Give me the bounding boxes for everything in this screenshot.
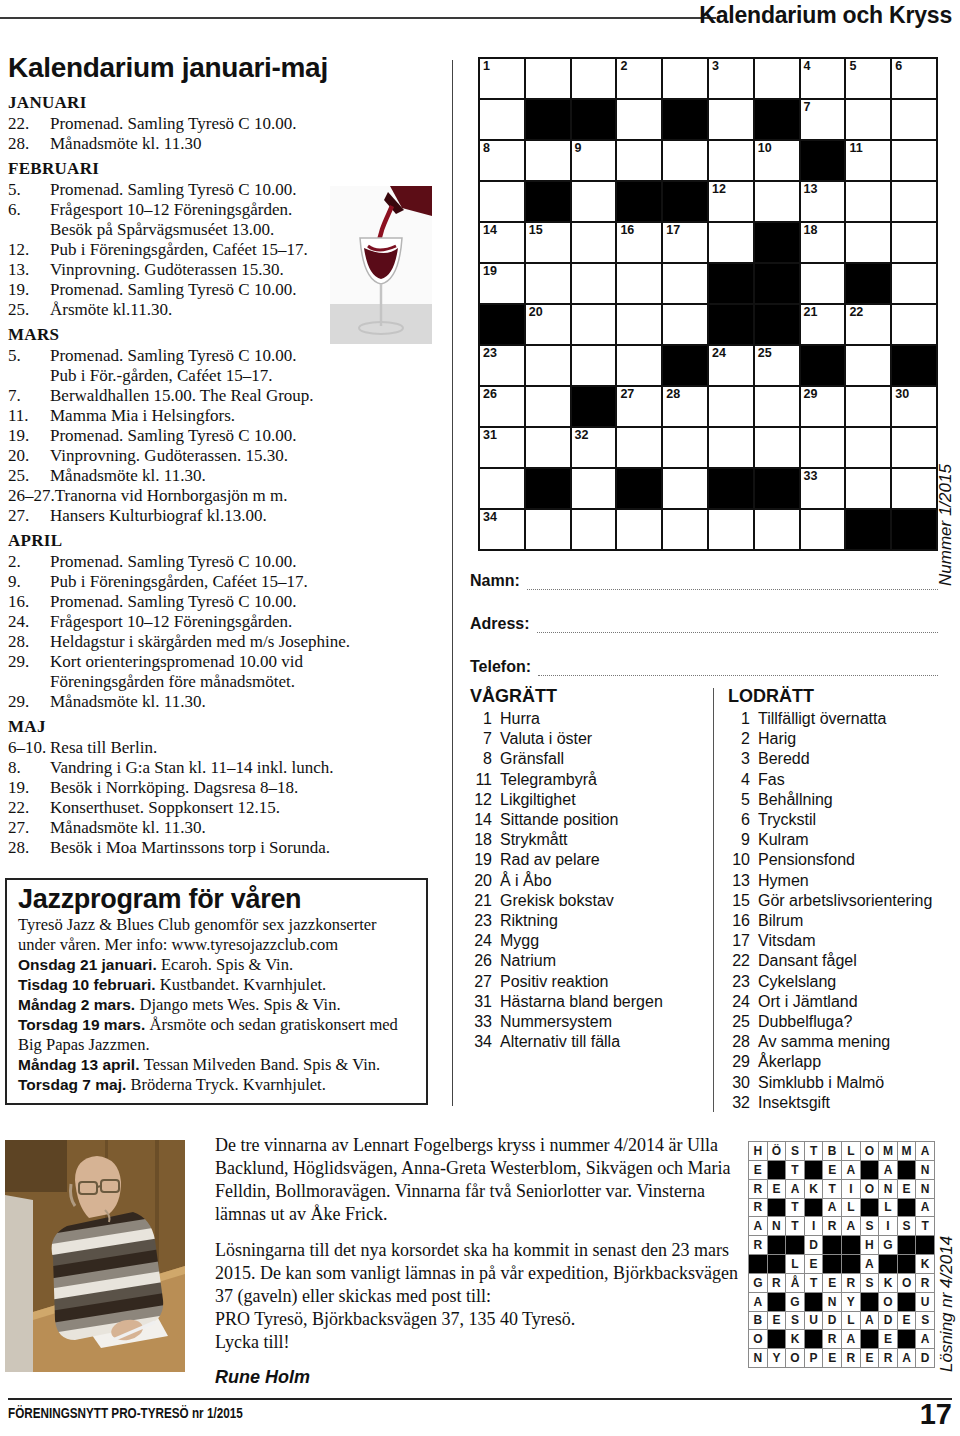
puzzle-cell-r5c1: 14 <box>480 223 524 262</box>
clue-text: Nummersystem <box>500 1012 612 1032</box>
entry-date: 28. <box>8 838 50 858</box>
puzzle-cell-r3c3: 9 <box>572 141 616 180</box>
calendar-entry: 22.Promenad. Samling Tyresö C 10.00. <box>8 114 446 134</box>
puzzle-cell-r1c3 <box>572 59 616 98</box>
puzzle-cell-r8c2 <box>526 346 570 385</box>
solution-label: Lösning nr 4/2014 <box>937 1240 957 1372</box>
puzzle-cell-r8c10 <box>892 346 936 385</box>
solution-cell-r3c7: O <box>861 1180 879 1198</box>
solution-cell-r10c8: D <box>879 1312 897 1330</box>
winners-paragraph: De tre vinnarna av Lennart Fogelbergs kr… <box>215 1134 745 1226</box>
puzzle-cell-r10c3: 32 <box>572 428 616 467</box>
clue-text: Grekisk bokstav <box>500 891 614 911</box>
clue-item: 5Behållning <box>728 790 954 810</box>
solution-cell-r12c4: P <box>805 1349 823 1367</box>
puzzle-cell-r9c2 <box>526 387 570 426</box>
puzzle-cell-r12c1: 34 <box>480 510 524 549</box>
clue-text: Gör arbetslivsorientering <box>758 891 932 911</box>
puzzle-cell-r10c6 <box>709 428 753 467</box>
cell-number: 1 <box>483 59 490 73</box>
across-title: VÅGRÄTT <box>470 686 708 707</box>
jazz-event-date: Måndag 13 april. <box>18 1056 144 1073</box>
clue-item: 1Hurra <box>470 709 708 729</box>
cell-number: 23 <box>483 346 497 360</box>
solution-cell-r3c10: N <box>916 1180 934 1198</box>
clue-text: Dubbelfluga? <box>758 1012 852 1032</box>
entry-text: Mamma Mia i Helsingfors. <box>50 406 446 426</box>
across-list: 1Hurra7Valuta i öster8Gränsfall11Telegra… <box>470 709 708 1052</box>
puzzle-cell-r11c2 <box>526 469 570 508</box>
clue-text: Å i Åbo <box>500 871 552 891</box>
cell-number: 6 <box>895 59 902 73</box>
solution-cell-r12c7: E <box>861 1349 879 1367</box>
clue-number: 3 <box>728 749 750 769</box>
jazz-event-date: Tisdag 10 februari. <box>18 976 160 993</box>
jazz-event-date: Torsdag 7 maj. <box>18 1076 131 1093</box>
solution-grid: HÖSTBLOMMAETEAANREAKTIONENRTALLAANTIRASI… <box>748 1141 935 1368</box>
month-heading: FEBRUARI <box>8 159 446 179</box>
clue-text: Telegrambyrå <box>500 770 597 790</box>
puzzle-cell-r5c2: 15 <box>526 223 570 262</box>
solution-cell-r7c6 <box>842 1255 860 1273</box>
solution-cell-r3c1: R <box>749 1180 767 1198</box>
puzzle-cell-r5c5: 17 <box>663 223 707 262</box>
clue-number: 7 <box>470 729 492 749</box>
clue-number: 6 <box>728 810 750 830</box>
jazz-event: Måndag 13 april. Tessan Milveden Band. S… <box>18 1055 415 1075</box>
puzzle-cell-r12c5 <box>663 510 707 549</box>
puzzle-cell-r11c4 <box>617 469 661 508</box>
solution-cell-r12c9: A <box>898 1349 916 1367</box>
crossword-grid: 1234567891011121314151617181920212223242… <box>478 57 938 551</box>
puzzle-cell-r3c8 <box>801 141 845 180</box>
puzzle-cell-r7c7 <box>755 305 799 344</box>
solution-cell-r1c4: T <box>805 1142 823 1160</box>
puzzle-cell-r10c5 <box>663 428 707 467</box>
clue-text: Av samma mening <box>758 1032 890 1052</box>
solution-cell-r8c6: R <box>842 1274 860 1292</box>
cell-number: 9 <box>575 141 582 155</box>
solution-cell-r11c1: O <box>749 1330 767 1348</box>
calendar-entry: 28.Heldagstur i skärgården med m/s Josep… <box>8 632 446 652</box>
solution-cell-r2c3: T <box>786 1161 804 1179</box>
solution-cell-r10c10: S <box>916 1312 934 1330</box>
cell-number: 15 <box>529 223 543 237</box>
cell-number: 19 <box>483 264 497 278</box>
form-row: Telefon: <box>470 656 938 676</box>
puzzle-cell-r10c8 <box>801 428 845 467</box>
solution-cell-r9c8: O <box>879 1293 897 1311</box>
form-dotted-line <box>527 574 938 590</box>
entry-date: 19. <box>8 426 50 446</box>
cell-number: 33 <box>804 469 818 483</box>
cell-number: 25 <box>758 346 772 360</box>
puzzle-cell-r9c7 <box>755 387 799 426</box>
entry-date: 26–27. <box>8 486 55 506</box>
entry-text: Tranorna vid Hornborgasjön m m. <box>55 486 446 506</box>
cell-number: 2 <box>620 59 627 73</box>
solution-cell-r11c10: A <box>916 1330 934 1348</box>
solution-cell-r5c7: S <box>861 1217 879 1235</box>
solution-cell-r10c6: L <box>842 1312 860 1330</box>
puzzle-cell-r6c3 <box>572 264 616 303</box>
puzzle-cell-r10c1: 31 <box>480 428 524 467</box>
clue-text: Valuta i öster <box>500 729 592 749</box>
jazz-event-desc: Ecaroh. Spis & Vin. <box>161 955 293 974</box>
solution-cell-r6c2 <box>768 1236 786 1254</box>
clue-item: 9Kulram <box>728 830 954 850</box>
solution-cell-r10c2: E <box>768 1312 786 1330</box>
solution-cell-r2c9 <box>898 1161 916 1179</box>
form-dotted-line <box>537 617 938 633</box>
puzzle-cell-r12c10 <box>892 510 936 549</box>
solution-cell-r12c6: R <box>842 1349 860 1367</box>
puzzle-cell-r5c3 <box>572 223 616 262</box>
puzzle-cell-r8c6: 24 <box>709 346 753 385</box>
solution-cell-r10c5: D <box>823 1312 841 1330</box>
clue-item: 13Hymen <box>728 871 954 891</box>
puzzle-cell-r11c8: 33 <box>801 469 845 508</box>
jazz-event-desc: Django mets Wes. Spis & Vin. <box>139 995 340 1014</box>
clue-text: Åkerlapp <box>758 1052 821 1072</box>
puzzle-cell-r1c5 <box>663 59 707 98</box>
clue-item: 10Pensionsfond <box>728 850 954 870</box>
puzzle-cell-r1c10: 6 <box>892 59 936 98</box>
clue-number: 12 <box>470 790 492 810</box>
clue-number: 23 <box>728 972 750 992</box>
puzzle-cell-r10c7 <box>755 428 799 467</box>
puzzle-cell-r7c1 <box>480 305 524 344</box>
month-heading: JANUARI <box>8 93 446 113</box>
solution-cell-r2c6: A <box>842 1161 860 1179</box>
clue-item: 8Gränsfall <box>470 749 708 769</box>
solution-cell-r3c5: T <box>823 1180 841 1198</box>
solution-cell-r7c1 <box>749 1255 767 1273</box>
solution-cell-r3c6: I <box>842 1180 860 1198</box>
solution-cell-r9c5: N <box>823 1293 841 1311</box>
puzzle-cell-r11c9 <box>846 469 890 508</box>
solution-cell-r2c5: E <box>823 1161 841 1179</box>
solution-cell-r6c4: D <box>805 1236 823 1254</box>
puzzle-cell-r7c6 <box>709 305 753 344</box>
solution-cell-r4c8: L <box>879 1199 897 1217</box>
puzzle-cell-r1c1: 1 <box>480 59 524 98</box>
form-label: Namn: <box>470 572 520 590</box>
puzzle-cell-r8c8 <box>801 346 845 385</box>
clue-item: 25Dubbelfluga? <box>728 1012 954 1032</box>
form-row: Adress: <box>470 613 938 633</box>
puzzle-cell-r2c4 <box>617 100 661 139</box>
solution-cell-r12c10: D <box>916 1349 934 1367</box>
calendar-entry: 2.Promenad. Samling Tyresö C 10.00. <box>8 552 446 572</box>
solution-cell-r8c7: S <box>861 1274 879 1292</box>
clue-number: 25 <box>728 1012 750 1032</box>
clue-text: Likgiltighet <box>500 790 576 810</box>
clue-item: 27Positiv reaktion <box>470 972 708 992</box>
puzzle-cell-r12c3 <box>572 510 616 549</box>
clue-item: 30Simklubb i Malmö <box>728 1073 954 1093</box>
clue-number: 28 <box>728 1032 750 1052</box>
down-title: LODRÄTT <box>728 686 954 707</box>
solution-cell-r11c5: R <box>823 1330 841 1348</box>
solution-cell-r12c8: R <box>879 1349 897 1367</box>
winners-text: De tre vinnarna av Lennart Fogelbergs kr… <box>215 1134 745 1388</box>
clue-text: Sittande position <box>500 810 618 830</box>
puzzle-cell-r3c2 <box>526 141 570 180</box>
solution-cell-r3c2: E <box>768 1180 786 1198</box>
puzzle-cell-r5c7 <box>755 223 799 262</box>
solution-cell-r5c6: A <box>842 1217 860 1235</box>
clue-item: 24Ort i Jämtland <box>728 992 954 1012</box>
solution-cell-r10c4: U <box>805 1312 823 1330</box>
puzzle-cell-r8c9 <box>846 346 890 385</box>
solution-cell-r3c4: K <box>805 1180 823 1198</box>
solution-cell-r2c4 <box>805 1161 823 1179</box>
puzzle-cell-r2c8: 7 <box>801 100 845 139</box>
jazz-event-desc: Kustbandet. Kvarnhjulet. <box>160 975 326 994</box>
solution-cell-r4c1: R <box>749 1199 767 1217</box>
puzzle-cell-r9c9 <box>846 387 890 426</box>
cell-number: 11 <box>849 141 862 155</box>
puzzle-cell-r6c2 <box>526 264 570 303</box>
clue-number: 29 <box>728 1052 750 1072</box>
puzzle-cell-r9c6 <box>709 387 753 426</box>
puzzle-cell-r9c1: 26 <box>480 387 524 426</box>
entry-date: 27. <box>8 506 50 526</box>
entry-text: Konserthuset. Soppkonsert 12.15. <box>50 798 446 818</box>
clue-item: 34Alternativ till fälla <box>470 1032 708 1052</box>
cell-number: 27 <box>620 387 634 401</box>
form-dotted-line <box>538 660 938 676</box>
entry-date: 29. <box>8 692 50 712</box>
entry-text: Månadsmöte kl. 11.30. <box>50 818 446 838</box>
puzzle-cell-r11c3 <box>572 469 616 508</box>
jazz-intro: Tyresö Jazz & Blues Club genomför sex ja… <box>18 915 415 955</box>
solution-cell-r11c8: E <box>879 1330 897 1348</box>
cell-number: 24 <box>712 346 726 360</box>
jazz-event-date: Onsdag 21 januari. <box>18 956 161 973</box>
clue-item: 18Strykmått <box>470 830 708 850</box>
solution-cell-r6c3 <box>786 1236 804 1254</box>
solution-cell-r6c9 <box>898 1236 916 1254</box>
puzzle-cell-r7c3 <box>572 305 616 344</box>
clue-number: 23 <box>470 911 492 931</box>
cell-number: 12 <box>712 182 726 196</box>
solution-cell-r8c4: T <box>805 1274 823 1292</box>
clue-number: 11 <box>470 770 492 790</box>
clue-item: 2Harig <box>728 729 954 749</box>
footer-rule <box>8 1398 952 1400</box>
clue-item: 33Nummersystem <box>470 1012 708 1032</box>
solution-cell-r5c4: I <box>805 1217 823 1235</box>
puzzle-cell-r12c7 <box>755 510 799 549</box>
cell-number: 4 <box>804 59 811 73</box>
puzzle-cell-r9c5: 28 <box>663 387 707 426</box>
puzzle-cell-r2c6 <box>709 100 753 139</box>
puzzle-cell-r12c4 <box>617 510 661 549</box>
puzzle-cell-r4c3 <box>572 182 616 221</box>
calendar-entry: 29.Kort orienteringspromenad 10.00 vid F… <box>8 652 446 692</box>
solution-cell-r4c2 <box>768 1199 786 1217</box>
solution-cell-r2c10: N <box>916 1161 934 1179</box>
entry-date: 28. <box>8 632 50 652</box>
entry-date: 6. <box>8 200 50 240</box>
entry-text: Promenad. Samling Tyresö C 10.00. Pub i … <box>50 346 446 386</box>
puzzle-cell-r3c10 <box>892 141 936 180</box>
solution-cell-r7c3: L <box>786 1255 804 1273</box>
puzzle-cell-r5c4: 16 <box>617 223 661 262</box>
entry-text: Promenad. Samling Tyresö C 10.00. <box>50 592 446 612</box>
solution-cell-r11c3: K <box>786 1330 804 1348</box>
solution-cell-r9c1: A <box>749 1293 767 1311</box>
footer-text: FÖRENINGSNYTT PRO-TYRESÖ nr 1/2015 <box>8 1404 243 1421</box>
cell-number: 10 <box>758 141 772 155</box>
clue-text: Vitsdam <box>758 931 816 951</box>
clue-number: 30 <box>728 1073 750 1093</box>
solution-cell-r11c2 <box>768 1330 786 1348</box>
solution-cell-r9c9 <box>898 1293 916 1311</box>
solution-cell-r6c8: G <box>879 1236 897 1254</box>
puzzle-cell-r10c9 <box>846 428 890 467</box>
solution-cell-r4c10: A <box>916 1199 934 1217</box>
clue-item: 14Sittande position <box>470 810 708 830</box>
puzzle-cell-r4c6: 12 <box>709 182 753 221</box>
solution-cell-r3c8: N <box>879 1180 897 1198</box>
cell-number: 13 <box>804 182 818 196</box>
entry-text: Promenad. Samling Tyresö C 10.00. <box>50 426 446 446</box>
solution-cell-r5c8: I <box>879 1217 897 1235</box>
clue-item: 26Natrium <box>470 951 708 971</box>
puzzle-cell-r9c8: 29 <box>801 387 845 426</box>
clue-item: 23Riktning <box>470 911 708 931</box>
clue-text: Tryckstil <box>758 810 816 830</box>
deadline-paragraph: Lösningarna till det nya korsordet ska h… <box>215 1239 745 1354</box>
cell-number: 31 <box>483 428 497 442</box>
calendar-entry: 11.Mamma Mia i Helsingfors. <box>8 406 446 426</box>
entry-text: Pub i Föreningsgården, Caféet 15–17. <box>50 572 446 592</box>
solution-cell-r9c4 <box>805 1293 823 1311</box>
across-clues: VÅGRÄTT 1Hurra7Valuta i öster8Gränsfall1… <box>470 686 708 1052</box>
solution-cell-r7c2 <box>768 1255 786 1273</box>
puzzle-cell-r3c7: 10 <box>755 141 799 180</box>
solution-cell-r4c3: T <box>786 1199 804 1217</box>
puzzle-cell-r3c1: 8 <box>480 141 524 180</box>
clue-text: Hurra <box>500 709 540 729</box>
solution-cell-r2c7 <box>861 1161 879 1179</box>
clue-number: 13 <box>728 871 750 891</box>
solution-cell-r10c3: S <box>786 1312 804 1330</box>
solution-cell-r4c4 <box>805 1199 823 1217</box>
cell-number: 34 <box>483 510 497 524</box>
clue-text: Harig <box>758 729 796 749</box>
clue-item: 6Tryckstil <box>728 810 954 830</box>
solution-cell-r8c10: R <box>916 1274 934 1292</box>
solution-cell-r6c10 <box>916 1236 934 1254</box>
calendar-entry: 24.Frågesport 10–12 Föreningsgården. <box>8 612 446 632</box>
entry-text: Hansers Kulturbiograf kl.13.00. <box>50 506 446 526</box>
puzzle-cell-r2c1 <box>480 100 524 139</box>
clue-text: Behållning <box>758 790 833 810</box>
solution-cell-r2c8: A <box>879 1161 897 1179</box>
solution-cell-r9c3: G <box>786 1293 804 1311</box>
solution-cell-r11c7 <box>861 1330 879 1348</box>
solution-cell-r8c9: O <box>898 1274 916 1292</box>
jazz-title: Jazzprogram för våren <box>18 884 415 915</box>
solution-cell-r7c5 <box>823 1255 841 1273</box>
clue-number: 4 <box>728 770 750 790</box>
calendar-entry: 19.Promenad. Samling Tyresö C 10.00. <box>8 426 446 446</box>
calendar-title: Kalendarium januari-maj <box>8 52 328 84</box>
puzzle-cell-r6c7 <box>755 264 799 303</box>
jazz-event: Måndag 2 mars. Django mets Wes. Spis & V… <box>18 995 415 1015</box>
solution-cell-r7c9 <box>898 1255 916 1273</box>
clue-text: Pensionsfond <box>758 850 855 870</box>
entry-date: 24. <box>8 612 50 632</box>
entry-text: Berwaldhallen 15.00. The Real Group. <box>50 386 446 406</box>
puzzle-cell-r12c9 <box>846 510 890 549</box>
jazz-event-desc: Bröderna Tryck. Kvarnhjulet. <box>131 1075 326 1094</box>
calendar-entry: 28.Månadsmöte kl. 11.30 <box>8 134 446 154</box>
puzzle-cell-r7c2: 20 <box>526 305 570 344</box>
solution-cell-r9c10: U <box>916 1293 934 1311</box>
entry-date: 9. <box>8 572 50 592</box>
cell-number: 18 <box>804 223 818 237</box>
clue-item: 1Tillfälligt övernatta <box>728 709 954 729</box>
jazz-event-date: Måndag 2 mars. <box>18 996 139 1013</box>
solution-cell-r12c1: N <box>749 1349 767 1367</box>
puzzle-cell-r7c10 <box>892 305 936 344</box>
entry-text: Vandring i G:a Stan kl. 11–14 inkl. lunc… <box>50 758 446 778</box>
clue-number: 2 <box>728 729 750 749</box>
clue-number: 9 <box>728 830 750 850</box>
solution-cell-r12c5: E <box>823 1349 841 1367</box>
entry-text: Heldagstur i skärgården med m/s Josephin… <box>50 632 446 652</box>
solution-cell-r4c9 <box>898 1199 916 1217</box>
clue-number: 24 <box>728 992 750 1012</box>
page-header-title: Kalendarium och Kryss <box>690 2 952 29</box>
cell-number: 14 <box>483 223 497 237</box>
jazz-event: Onsdag 21 januari. Ecaroh. Spis & Vin. <box>18 955 415 975</box>
solution-cell-r1c9: M <box>898 1142 916 1160</box>
puzzle-cell-r8c7: 25 <box>755 346 799 385</box>
puzzle-cell-r4c10 <box>892 182 936 221</box>
clue-item: 16Bilrum <box>728 911 954 931</box>
cell-number: 30 <box>895 387 909 401</box>
solution-cell-r1c8: M <box>879 1142 897 1160</box>
puzzle-cell-r2c3 <box>572 100 616 139</box>
clue-number: 17 <box>728 931 750 951</box>
form-label: Adress: <box>470 615 530 633</box>
solution-cell-r1c5: B <box>823 1142 841 1160</box>
puzzle-cell-r5c10 <box>892 223 936 262</box>
entry-text: Vinprovning. Gudöterassen. 15.30. <box>50 446 446 466</box>
wine-pouring-photo <box>330 186 432 344</box>
puzzle-cell-r6c1: 19 <box>480 264 524 303</box>
clue-number: 10 <box>728 850 750 870</box>
puzzle-cell-r10c10 <box>892 428 936 467</box>
clue-number: 14 <box>470 810 492 830</box>
solution-cell-r11c9 <box>898 1330 916 1348</box>
calendar-entry: 20.Vinprovning. Gudöterassen. 15.30. <box>8 446 446 466</box>
clue-text: Alternativ till fälla <box>500 1032 620 1052</box>
down-clues: LODRÄTT 1Tillfälligt övernatta2Harig3Ber… <box>728 686 954 1113</box>
entry-date: 11. <box>8 406 50 426</box>
puzzle-cell-r5c9 <box>846 223 890 262</box>
solution-cell-r7c8 <box>879 1255 897 1273</box>
puzzle-cell-r4c7 <box>755 182 799 221</box>
puzzle-cell-r11c5 <box>663 469 707 508</box>
puzzle-cell-r6c10 <box>892 264 936 303</box>
